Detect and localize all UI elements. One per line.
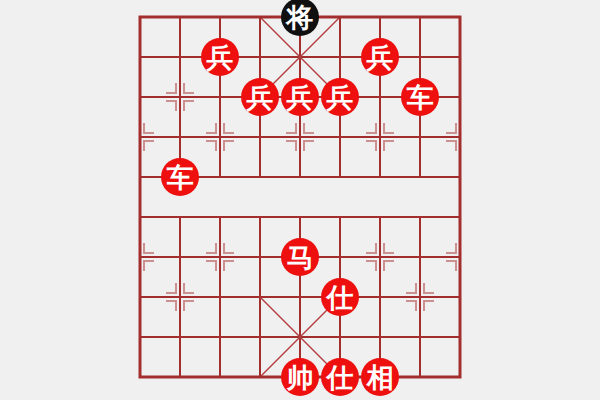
intersection: [320, 0, 360, 37]
intersection: [400, 157, 440, 197]
intersection: [120, 357, 160, 397]
intersection: [280, 197, 320, 237]
intersection: [120, 237, 160, 277]
intersection: [240, 0, 280, 37]
intersection: [280, 117, 320, 157]
intersection: [360, 77, 400, 117]
intersection: [120, 277, 160, 317]
intersection: [360, 117, 400, 157]
intersection: [200, 157, 240, 197]
intersection: 兵: [280, 77, 320, 117]
intersection: [400, 0, 440, 37]
intersection: [320, 197, 360, 237]
intersection: 兵: [200, 37, 240, 77]
intersection: [320, 317, 360, 357]
intersection: [200, 197, 240, 237]
intersection: [320, 157, 360, 197]
intersection: [200, 317, 240, 357]
intersection: [240, 117, 280, 157]
piece-red-soldier[interactable]: 兵: [321, 78, 359, 116]
intersection: 车: [400, 77, 440, 117]
piece-red-soldier[interactable]: 兵: [241, 78, 279, 116]
intersection: [360, 197, 400, 237]
intersection: [320, 237, 360, 277]
intersection: [120, 0, 160, 37]
piece-red-soldier[interactable]: 兵: [201, 38, 239, 76]
intersection: [440, 277, 480, 317]
piece-red-elephant[interactable]: 相: [361, 358, 399, 396]
intersection: [200, 357, 240, 397]
intersection: 兵: [240, 77, 280, 117]
intersection: [440, 237, 480, 277]
intersection: [320, 117, 360, 157]
intersection: [360, 317, 400, 357]
piece-red-chariot[interactable]: 车: [161, 158, 199, 196]
intersection: [200, 0, 240, 37]
intersection: [120, 77, 160, 117]
intersection: [120, 317, 160, 357]
intersection: [160, 357, 200, 397]
intersection: 车: [160, 157, 200, 197]
intersection: [200, 77, 240, 117]
intersection: [120, 117, 160, 157]
intersection: 相: [360, 357, 400, 397]
xiangqi-diagram: 将兵兵兵兵兵车车马仕帅仕相: [0, 0, 600, 400]
intersection: 仕: [320, 277, 360, 317]
board-intersections: 将兵兵兵兵兵车车马仕帅仕相: [120, 0, 480, 397]
intersection: [160, 197, 200, 237]
intersection: [240, 277, 280, 317]
intersection: [160, 117, 200, 157]
intersection: [440, 37, 480, 77]
intersection: [280, 317, 320, 357]
intersection: [200, 277, 240, 317]
intersection: [400, 277, 440, 317]
intersection: 马: [280, 237, 320, 277]
intersection: 仕: [320, 357, 360, 397]
piece-red-soldier[interactable]: 兵: [281, 78, 319, 116]
piece-red-advisor[interactable]: 仕: [321, 358, 359, 396]
intersection: [160, 277, 200, 317]
intersection: [160, 0, 200, 37]
intersection: 兵: [360, 37, 400, 77]
piece-red-chariot[interactable]: 车: [401, 78, 439, 116]
intersection: [280, 277, 320, 317]
intersection: [360, 157, 400, 197]
intersection: 兵: [320, 77, 360, 117]
intersection: [360, 0, 400, 37]
piece-red-horse[interactable]: 马: [281, 238, 319, 276]
intersection: [120, 37, 160, 77]
piece-red-advisor[interactable]: 仕: [321, 278, 359, 316]
xiangqi-board: 将兵兵兵兵兵车车马仕帅仕相: [140, 17, 460, 377]
intersection: [400, 197, 440, 237]
piece-black-general[interactable]: 将: [281, 0, 319, 36]
intersection: [280, 37, 320, 77]
intersection: [400, 317, 440, 357]
intersection: 帅: [280, 357, 320, 397]
intersection: [400, 237, 440, 277]
intersection: [200, 117, 240, 157]
intersection: [240, 237, 280, 277]
intersection: [440, 117, 480, 157]
intersection: [160, 37, 200, 77]
intersection: [360, 277, 400, 317]
intersection: [440, 197, 480, 237]
intersection: [440, 357, 480, 397]
intersection: [240, 317, 280, 357]
intersection: [280, 157, 320, 197]
intersection: [400, 37, 440, 77]
intersection: [240, 157, 280, 197]
intersection: [240, 37, 280, 77]
intersection: [400, 117, 440, 157]
intersection: [240, 357, 280, 397]
piece-red-general[interactable]: 帅: [281, 358, 319, 396]
intersection: [440, 0, 480, 37]
intersection: [320, 37, 360, 77]
intersection: [360, 237, 400, 277]
intersection: [120, 157, 160, 197]
intersection: [200, 237, 240, 277]
intersection: [440, 157, 480, 197]
intersection: [160, 237, 200, 277]
intersection: [440, 317, 480, 357]
intersection: [400, 357, 440, 397]
intersection: [440, 77, 480, 117]
intersection: [160, 317, 200, 357]
intersection: 将: [280, 0, 320, 37]
intersection: [120, 197, 160, 237]
intersection: [240, 197, 280, 237]
intersection: [160, 77, 200, 117]
piece-red-soldier[interactable]: 兵: [361, 38, 399, 76]
